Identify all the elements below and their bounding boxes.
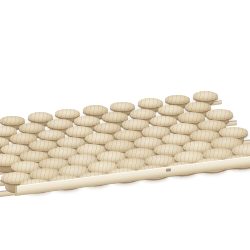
spring-disc [206, 109, 233, 120]
bed-base-scene [0, 0, 250, 250]
spring-disc [138, 98, 163, 107]
rail-knot-mark [166, 168, 171, 172]
spring-disc [193, 91, 218, 100]
product-photo [0, 0, 250, 250]
spring-disc [165, 95, 190, 104]
spring-disc [110, 102, 135, 111]
